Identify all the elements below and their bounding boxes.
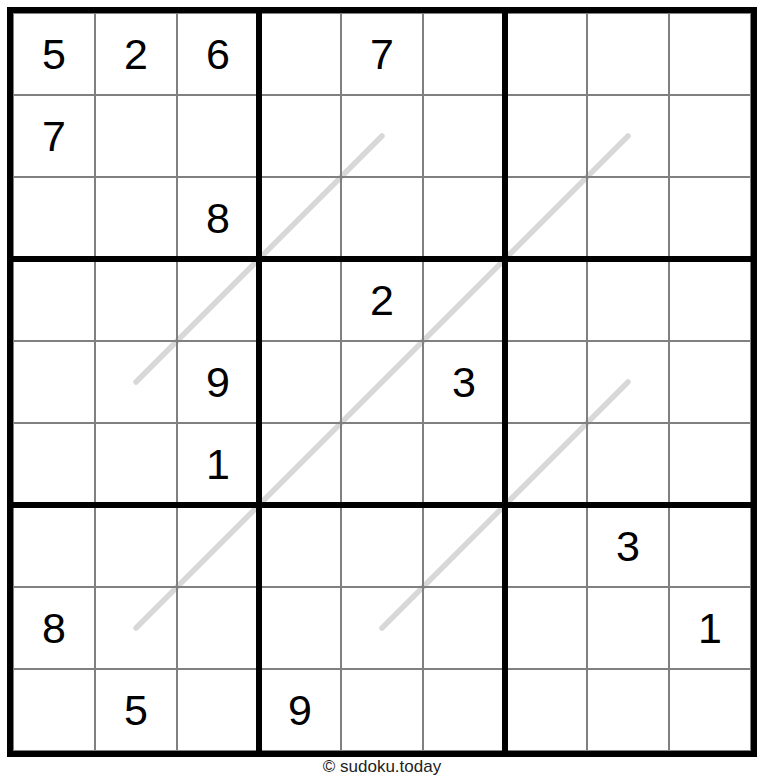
cell-r1c2[interactable]: 2 <box>95 13 177 95</box>
cell-r4c4[interactable] <box>259 259 341 341</box>
cell-r6c4[interactable] <box>259 423 341 505</box>
cell-r5c5[interactable] <box>341 341 423 423</box>
cell-r1c9[interactable] <box>669 13 751 95</box>
cell-r7c9[interactable] <box>669 505 751 587</box>
cell-r3c1[interactable] <box>13 177 95 259</box>
cell-r7c1[interactable] <box>13 505 95 587</box>
cell-r8c8[interactable] <box>587 587 669 669</box>
cell-r8c9[interactable]: 1 <box>669 587 751 669</box>
cell-r5c4[interactable] <box>259 341 341 423</box>
cell-r8c1[interactable]: 8 <box>13 587 95 669</box>
cell-r6c8[interactable] <box>587 423 669 505</box>
sudoku-page: 526778293138159 © sudoku.today <box>0 0 767 777</box>
cell-r6c7[interactable] <box>505 423 587 505</box>
cell-r5c6[interactable]: 3 <box>423 341 505 423</box>
cell-r2c3[interactable] <box>177 95 259 177</box>
cell-r3c3[interactable]: 8 <box>177 177 259 259</box>
cell-r2c5[interactable] <box>341 95 423 177</box>
box-divider-horizontal-1 <box>13 256 751 262</box>
copyright-watermark: © sudoku.today <box>7 757 757 777</box>
cell-r6c1[interactable] <box>13 423 95 505</box>
cell-r3c8[interactable] <box>587 177 669 259</box>
cell-r9c2[interactable]: 5 <box>95 669 177 751</box>
cell-r4c2[interactable] <box>95 259 177 341</box>
cell-r9c3[interactable] <box>177 669 259 751</box>
cell-r6c3[interactable]: 1 <box>177 423 259 505</box>
box-divider-horizontal-2 <box>13 502 751 508</box>
cell-r9c7[interactable] <box>505 669 587 751</box>
cell-r3c7[interactable] <box>505 177 587 259</box>
cell-r3c6[interactable] <box>423 177 505 259</box>
cell-r4c7[interactable] <box>505 259 587 341</box>
cell-r1c7[interactable] <box>505 13 587 95</box>
cell-r4c6[interactable] <box>423 259 505 341</box>
cell-r2c9[interactable] <box>669 95 751 177</box>
cell-r2c7[interactable] <box>505 95 587 177</box>
cell-r2c4[interactable] <box>259 95 341 177</box>
cell-r4c8[interactable] <box>587 259 669 341</box>
cell-r5c8[interactable] <box>587 341 669 423</box>
cell-r1c8[interactable] <box>587 13 669 95</box>
cell-r8c7[interactable] <box>505 587 587 669</box>
cell-r6c9[interactable] <box>669 423 751 505</box>
cell-r7c2[interactable] <box>95 505 177 587</box>
cell-r9c4[interactable]: 9 <box>259 669 341 751</box>
cell-r9c6[interactable] <box>423 669 505 751</box>
cell-r4c5[interactable]: 2 <box>341 259 423 341</box>
cell-r8c4[interactable] <box>259 587 341 669</box>
cell-r9c1[interactable] <box>13 669 95 751</box>
cell-r8c5[interactable] <box>341 587 423 669</box>
cell-r6c5[interactable] <box>341 423 423 505</box>
cell-r1c5[interactable]: 7 <box>341 13 423 95</box>
cell-r6c2[interactable] <box>95 423 177 505</box>
cell-r9c8[interactable] <box>587 669 669 751</box>
cell-r8c3[interactable] <box>177 587 259 669</box>
cell-r5c2[interactable] <box>95 341 177 423</box>
sudoku-board: 526778293138159 <box>7 7 757 757</box>
cell-r5c1[interactable] <box>13 341 95 423</box>
cell-r2c8[interactable] <box>587 95 669 177</box>
cell-r7c8[interactable]: 3 <box>587 505 669 587</box>
box-divider-vertical-1 <box>256 13 262 751</box>
cell-r7c4[interactable] <box>259 505 341 587</box>
cell-r1c3[interactable]: 6 <box>177 13 259 95</box>
cell-r3c5[interactable] <box>341 177 423 259</box>
cell-r1c1[interactable]: 5 <box>13 13 95 95</box>
cell-r7c5[interactable] <box>341 505 423 587</box>
cell-r4c9[interactable] <box>669 259 751 341</box>
cell-r2c1[interactable]: 7 <box>13 95 95 177</box>
cell-r1c6[interactable] <box>423 13 505 95</box>
cell-r2c2[interactable] <box>95 95 177 177</box>
cell-r9c9[interactable] <box>669 669 751 751</box>
sudoku-grid: 526778293138159 <box>13 13 751 751</box>
cell-r5c7[interactable] <box>505 341 587 423</box>
box-divider-vertical-2 <box>502 13 508 751</box>
cell-r8c6[interactable] <box>423 587 505 669</box>
cell-r3c2[interactable] <box>95 177 177 259</box>
cell-r1c4[interactable] <box>259 13 341 95</box>
cell-r7c3[interactable] <box>177 505 259 587</box>
cell-r2c6[interactable] <box>423 95 505 177</box>
cell-r9c5[interactable] <box>341 669 423 751</box>
cell-r4c3[interactable] <box>177 259 259 341</box>
cell-r8c2[interactable] <box>95 587 177 669</box>
cell-r6c6[interactable] <box>423 423 505 505</box>
cell-r7c7[interactable] <box>505 505 587 587</box>
cell-r7c6[interactable] <box>423 505 505 587</box>
cell-r4c1[interactable] <box>13 259 95 341</box>
cell-r3c4[interactable] <box>259 177 341 259</box>
cell-r5c3[interactable]: 9 <box>177 341 259 423</box>
cell-r5c9[interactable] <box>669 341 751 423</box>
cell-r3c9[interactable] <box>669 177 751 259</box>
